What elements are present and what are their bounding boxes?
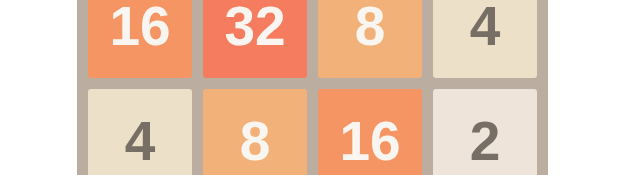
2048-board[interactable]: 16328448162 [77,0,548,175]
tile-2: 2 [433,89,537,175]
tile-32: 32 [203,0,307,78]
tile-4: 4 [88,89,192,175]
tile-8: 8 [203,89,307,175]
tile-8: 8 [318,0,422,78]
2048-page: 16328448162 [0,0,640,175]
tile-16: 16 [318,89,422,175]
tile-16: 16 [88,0,192,78]
tile-4: 4 [433,0,537,78]
